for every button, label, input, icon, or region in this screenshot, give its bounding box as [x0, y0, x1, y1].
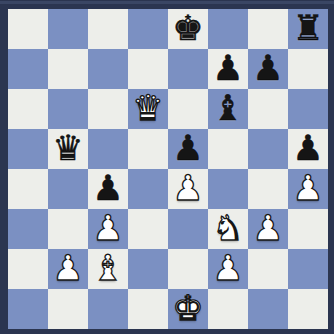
square-a8[interactable] — [8, 9, 48, 49]
square-h7[interactable] — [288, 49, 328, 89]
square-e1[interactable]: ♚ — [168, 289, 208, 329]
square-e2[interactable] — [168, 249, 208, 289]
square-a7[interactable] — [8, 49, 48, 89]
piece-white-knight-f3[interactable]: ♞ — [212, 209, 243, 248]
piece-black-pawn-c4[interactable]: ♟ — [92, 169, 123, 208]
square-g8[interactable] — [248, 9, 288, 49]
square-c3[interactable]: ♟ — [88, 209, 128, 249]
square-d1[interactable] — [128, 289, 168, 329]
square-a1[interactable] — [8, 289, 48, 329]
square-e4[interactable]: ♟ — [168, 169, 208, 209]
square-e5[interactable]: ♟ — [168, 129, 208, 169]
square-b7[interactable] — [48, 49, 88, 89]
square-g5[interactable] — [248, 129, 288, 169]
square-b6[interactable] — [48, 89, 88, 129]
square-b4[interactable] — [48, 169, 88, 209]
piece-black-pawn-e5[interactable]: ♟ — [172, 129, 203, 168]
square-c8[interactable] — [88, 9, 128, 49]
piece-white-pawn-c3[interactable]: ♟ — [92, 209, 123, 248]
square-c5[interactable] — [88, 129, 128, 169]
square-g4[interactable] — [248, 169, 288, 209]
piece-white-pawn-f2[interactable]: ♟ — [212, 249, 243, 288]
piece-white-pawn-e4[interactable]: ♟ — [172, 169, 203, 208]
square-g6[interactable] — [248, 89, 288, 129]
square-b2[interactable]: ♟ — [48, 249, 88, 289]
square-c7[interactable] — [88, 49, 128, 89]
piece-white-pawn-h4[interactable]: ♟ — [292, 169, 323, 208]
square-b8[interactable] — [48, 9, 88, 49]
square-a3[interactable] — [8, 209, 48, 249]
piece-white-bishop-c2[interactable]: ♝ — [92, 249, 123, 288]
square-h8[interactable]: ♜ — [288, 9, 328, 49]
chess-board: ♚♜♟♟♛♝♛♟♟♟♟♟♟♞♟♟♝♟♚ — [8, 9, 328, 329]
square-a6[interactable] — [8, 89, 48, 129]
piece-black-pawn-g7[interactable]: ♟ — [252, 49, 283, 88]
square-e6[interactable] — [168, 89, 208, 129]
piece-black-queen-b5[interactable]: ♛ — [52, 129, 83, 168]
square-b5[interactable]: ♛ — [48, 129, 88, 169]
piece-white-pawn-b2[interactable]: ♟ — [52, 249, 83, 288]
square-h2[interactable] — [288, 249, 328, 289]
square-d2[interactable] — [128, 249, 168, 289]
piece-black-pawn-h5[interactable]: ♟ — [292, 129, 323, 168]
square-g1[interactable] — [248, 289, 288, 329]
piece-white-queen-d6[interactable]: ♛ — [132, 89, 163, 128]
square-h1[interactable] — [288, 289, 328, 329]
board-frame: ♚♜♟♟♛♝♛♟♟♟♟♟♟♞♟♟♝♟♚ — [0, 0, 334, 334]
square-d8[interactable] — [128, 9, 168, 49]
square-f8[interactable] — [208, 9, 248, 49]
square-f2[interactable]: ♟ — [208, 249, 248, 289]
square-f6[interactable]: ♝ — [208, 89, 248, 129]
square-b3[interactable] — [48, 209, 88, 249]
square-h6[interactable] — [288, 89, 328, 129]
square-d7[interactable] — [128, 49, 168, 89]
square-c4[interactable]: ♟ — [88, 169, 128, 209]
square-a4[interactable] — [8, 169, 48, 209]
square-e7[interactable] — [168, 49, 208, 89]
piece-black-bishop-f6[interactable]: ♝ — [212, 89, 243, 128]
square-b1[interactable] — [48, 289, 88, 329]
square-d4[interactable] — [128, 169, 168, 209]
square-f5[interactable] — [208, 129, 248, 169]
piece-white-king-e1[interactable]: ♚ — [172, 289, 203, 328]
square-e3[interactable] — [168, 209, 208, 249]
square-a2[interactable] — [8, 249, 48, 289]
square-d3[interactable] — [128, 209, 168, 249]
square-c6[interactable] — [88, 89, 128, 129]
square-h3[interactable] — [288, 209, 328, 249]
square-d6[interactable]: ♛ — [128, 89, 168, 129]
square-a5[interactable] — [8, 129, 48, 169]
piece-black-pawn-f7[interactable]: ♟ — [212, 49, 243, 88]
square-g7[interactable]: ♟ — [248, 49, 288, 89]
piece-white-pawn-g3[interactable]: ♟ — [252, 209, 283, 248]
square-f3[interactable]: ♞ — [208, 209, 248, 249]
square-d5[interactable] — [128, 129, 168, 169]
square-c2[interactable]: ♝ — [88, 249, 128, 289]
square-h5[interactable]: ♟ — [288, 129, 328, 169]
square-f4[interactable] — [208, 169, 248, 209]
square-f7[interactable]: ♟ — [208, 49, 248, 89]
square-h4[interactable]: ♟ — [288, 169, 328, 209]
square-c1[interactable] — [88, 289, 128, 329]
square-g3[interactable]: ♟ — [248, 209, 288, 249]
piece-black-rook-h8[interactable]: ♜ — [292, 9, 323, 48]
piece-black-king-e8[interactable]: ♚ — [172, 9, 203, 48]
square-e8[interactable]: ♚ — [168, 9, 208, 49]
square-f1[interactable] — [208, 289, 248, 329]
square-g2[interactable] — [248, 249, 288, 289]
